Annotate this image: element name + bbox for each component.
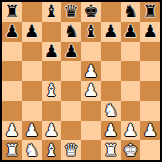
white-pawn-b2[interactable]: ♟ [24, 121, 39, 138]
square-c1[interactable]: ♝ [42, 140, 62, 160]
square-h5[interactable] [140, 61, 160, 81]
square-e4[interactable]: ♟ [81, 81, 101, 101]
black-rook-a8[interactable]: ♜ [4, 3, 19, 20]
square-c4[interactable]: ♝ [42, 81, 62, 101]
black-bishop-e7[interactable]: ♝ [83, 23, 98, 40]
black-pawn-d6[interactable]: ♟ [64, 42, 79, 59]
white-knight-b1[interactable]: ♞ [24, 141, 39, 158]
square-f7[interactable]: ♟ [101, 22, 121, 42]
black-pawn-b7[interactable]: ♟ [24, 23, 39, 40]
square-g3[interactable] [121, 101, 141, 121]
square-a5[interactable] [2, 61, 22, 81]
square-f1[interactable]: ♜ [101, 140, 121, 160]
square-c7[interactable] [42, 22, 62, 42]
black-king-e8[interactable]: ♚ [83, 3, 98, 20]
square-b1[interactable]: ♞ [22, 140, 42, 160]
square-f5[interactable] [101, 61, 121, 81]
square-e3[interactable] [81, 101, 101, 121]
white-rook-a1[interactable]: ♜ [4, 141, 19, 158]
square-d3[interactable] [61, 101, 81, 121]
black-knight-d7[interactable]: ♞ [64, 23, 79, 40]
white-pawn-e5[interactable]: ♟ [83, 62, 98, 79]
white-pawn-e4[interactable]: ♟ [83, 82, 98, 99]
black-pawn-c6[interactable]: ♟ [44, 42, 59, 59]
black-pawn-f7[interactable]: ♟ [103, 23, 118, 40]
white-bishop-c4[interactable]: ♝ [44, 82, 59, 99]
square-c8[interactable]: ♝ [42, 2, 62, 22]
square-f3[interactable]: ♞ [101, 101, 121, 121]
square-d5[interactable] [61, 61, 81, 81]
square-h3[interactable] [140, 101, 160, 121]
square-f6[interactable] [101, 42, 121, 62]
square-a7[interactable]: ♟ [2, 22, 22, 42]
square-g7[interactable]: ♟ [121, 22, 141, 42]
square-d2[interactable] [61, 121, 81, 141]
square-g6[interactable] [121, 42, 141, 62]
white-bishop-c1[interactable]: ♝ [44, 141, 59, 158]
black-knight-g8[interactable]: ♞ [123, 3, 138, 20]
white-pawn-f2[interactable]: ♟ [103, 121, 118, 138]
square-d6[interactable]: ♟ [61, 42, 81, 62]
white-pawn-c2[interactable]: ♟ [44, 121, 59, 138]
black-rook-h8[interactable]: ♜ [143, 3, 158, 20]
square-f8[interactable] [101, 2, 121, 22]
square-h1[interactable] [140, 140, 160, 160]
square-g5[interactable] [121, 61, 141, 81]
square-b7[interactable]: ♟ [22, 22, 42, 42]
black-pawn-a7[interactable]: ♟ [4, 23, 19, 40]
square-d7[interactable]: ♞ [61, 22, 81, 42]
black-queen-d8[interactable]: ♛ [64, 3, 79, 20]
square-h4[interactable] [140, 81, 160, 101]
square-a4[interactable] [2, 81, 22, 101]
square-c5[interactable] [42, 61, 62, 81]
square-d8[interactable]: ♛ [61, 2, 81, 22]
white-king-g1[interactable]: ♚ [123, 141, 138, 158]
square-h6[interactable] [140, 42, 160, 62]
square-d4[interactable] [61, 81, 81, 101]
white-rook-f1[interactable]: ♜ [103, 141, 118, 158]
white-pawn-g2[interactable]: ♟ [123, 121, 138, 138]
white-pawn-a2[interactable]: ♟ [4, 121, 19, 138]
chess-board: ♜♝♛♚♞♜♟♟♞♝♟♟♟♟♟♟♝♟♞♟♟♟♟♟♟♜♞♝♛♜♚ [2, 2, 160, 160]
square-e6[interactable] [81, 42, 101, 62]
square-f4[interactable] [101, 81, 121, 101]
square-b6[interactable] [22, 42, 42, 62]
square-b3[interactable] [22, 101, 42, 121]
square-h8[interactable]: ♜ [140, 2, 160, 22]
square-g8[interactable]: ♞ [121, 2, 141, 22]
chess-board-frame: ♜♝♛♚♞♜♟♟♞♝♟♟♟♟♟♟♝♟♞♟♟♟♟♟♟♜♞♝♛♜♚ [0, 0, 162, 162]
white-queen-d1[interactable]: ♛ [64, 141, 79, 158]
square-g1[interactable]: ♚ [121, 140, 141, 160]
black-bishop-c8[interactable]: ♝ [44, 3, 59, 20]
square-a3[interactable] [2, 101, 22, 121]
square-a2[interactable]: ♟ [2, 121, 22, 141]
square-h7[interactable]: ♟ [140, 22, 160, 42]
square-e7[interactable]: ♝ [81, 22, 101, 42]
square-e5[interactable]: ♟ [81, 61, 101, 81]
square-b2[interactable]: ♟ [22, 121, 42, 141]
black-pawn-g7[interactable]: ♟ [123, 23, 138, 40]
square-c2[interactable]: ♟ [42, 121, 62, 141]
square-e8[interactable]: ♚ [81, 2, 101, 22]
square-f2[interactable]: ♟ [101, 121, 121, 141]
square-g4[interactable] [121, 81, 141, 101]
square-g2[interactable]: ♟ [121, 121, 141, 141]
square-b5[interactable] [22, 61, 42, 81]
square-a1[interactable]: ♜ [2, 140, 22, 160]
square-a6[interactable] [2, 42, 22, 62]
square-c6[interactable]: ♟ [42, 42, 62, 62]
square-b4[interactable] [22, 81, 42, 101]
white-pawn-h2[interactable]: ♟ [143, 121, 158, 138]
square-h2[interactable]: ♟ [140, 121, 160, 141]
square-d1[interactable]: ♛ [61, 140, 81, 160]
square-a8[interactable]: ♜ [2, 2, 22, 22]
square-e1[interactable] [81, 140, 101, 160]
square-c3[interactable] [42, 101, 62, 121]
square-b8[interactable] [22, 2, 42, 22]
black-pawn-h7[interactable]: ♟ [143, 23, 158, 40]
white-knight-f3[interactable]: ♞ [103, 102, 118, 119]
square-e2[interactable] [81, 121, 101, 141]
